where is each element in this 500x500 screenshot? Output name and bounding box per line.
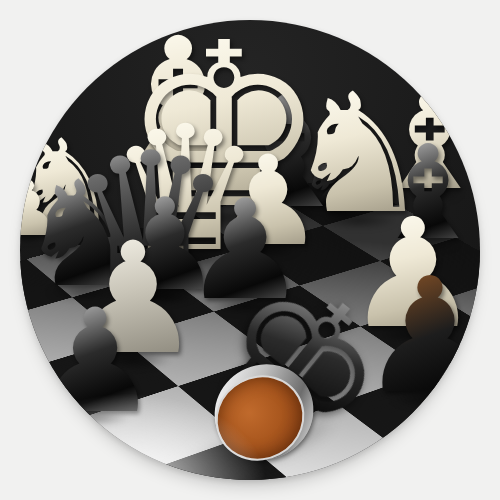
black-pawn-front-left: ♟ <box>31 290 159 433</box>
sticker-page: ♝♝♞♝♚♞♞♟♝♟♛♞♛♟♟♟♟♟♟♚ <box>0 0 500 500</box>
round-sticker: ♝♝♞♝♚♞♞♟♝♟♛♞♛♟♟♟♟♟♟♚ <box>20 20 480 480</box>
board-square <box>20 455 23 480</box>
board-square <box>409 422 480 480</box>
pieces-layer: ♝♝♞♝♚♞♞♟♝♟♛♞♛♟♟♟♟♟♟♚ <box>20 20 480 480</box>
board-square <box>20 324 25 401</box>
board-square <box>23 475 201 480</box>
